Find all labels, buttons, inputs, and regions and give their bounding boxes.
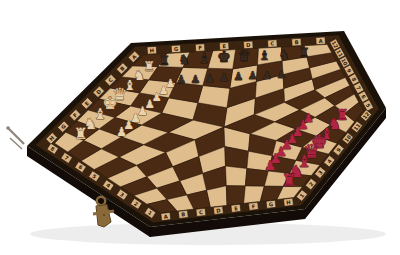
chess-piece-black-P: ♟	[205, 72, 215, 85]
chess-piece-black-N: ♞	[178, 52, 190, 67]
chess-piece-black-P: ♟	[191, 73, 201, 86]
chess-piece-black-Q: ♛	[237, 47, 251, 65]
chess-piece-black-K: ♚	[217, 48, 231, 66]
chess-piece-black-P: ♟	[176, 73, 186, 86]
svg-text:♟: ♟	[234, 70, 244, 83]
chess-piece-black-R: ♜	[299, 45, 310, 60]
svg-text:G: G	[174, 46, 179, 52]
chess-piece-white-R: ♜	[74, 125, 88, 143]
board-cell	[226, 166, 247, 186]
svg-text:♟: ♟	[176, 73, 186, 86]
svg-text:♟: ♟	[262, 69, 272, 82]
chess-piece-black-B: ♝	[198, 51, 210, 66]
svg-text:B: B	[181, 211, 186, 217]
svg-text:♛: ♛	[237, 47, 251, 65]
svg-text:♜: ♜	[158, 53, 170, 68]
chess-piece-black-P: ♟	[248, 69, 258, 82]
svg-text:♞: ♞	[279, 47, 290, 62]
border-label: A	[161, 212, 171, 220]
border-label: D	[213, 206, 223, 214]
svg-text:♟: ♟	[219, 71, 229, 84]
svg-text:♟: ♟	[248, 69, 258, 82]
border-label: H	[147, 46, 157, 54]
chess-piece-white-P: ♟	[116, 124, 127, 139]
chess-piece-black-P: ♟	[262, 69, 272, 82]
svg-text:H: H	[150, 47, 155, 53]
three-player-chess-photo: 56789101112ABCDEFGHABCDEFGH87654321ABCDE…	[0, 0, 400, 255]
border-label: E	[231, 204, 241, 212]
chess-piece-black-P: ♟	[234, 70, 244, 83]
border-label: G	[266, 200, 276, 208]
svg-text:♟: ♟	[276, 68, 286, 81]
board-cell	[226, 186, 245, 206]
svg-text:A: A	[163, 213, 168, 219]
border-label: F	[249, 202, 259, 210]
svg-text:♞: ♞	[178, 52, 190, 67]
svg-text:♟: ♟	[205, 72, 215, 85]
svg-text:♟: ♟	[116, 124, 127, 139]
border-label: A	[316, 37, 326, 45]
hinge-pin	[6, 126, 24, 149]
chess-piece-red-P: ♟	[264, 158, 276, 173]
border-label: C	[196, 208, 206, 216]
chess-piece-black-P: ♟	[219, 71, 229, 84]
chess-piece-black-R: ♜	[158, 53, 170, 68]
svg-text:C: C	[270, 40, 274, 46]
border-label: C	[268, 40, 278, 48]
svg-text:♜: ♜	[299, 45, 310, 60]
svg-text:♜: ♜	[74, 125, 88, 143]
chess-piece-red-R: ♜	[281, 170, 296, 190]
svg-text:A: A	[318, 38, 322, 44]
svg-text:♟: ♟	[264, 158, 276, 173]
svg-text:♝: ♝	[198, 51, 210, 66]
svg-text:H: H	[286, 199, 291, 205]
border-label: B	[178, 210, 188, 218]
chess-piece-black-B: ♝	[258, 48, 269, 63]
border-label: H	[284, 198, 294, 206]
svg-text:G: G	[269, 201, 274, 207]
svg-text:♟: ♟	[191, 73, 201, 86]
svg-text:♜: ♜	[281, 170, 296, 190]
svg-text:♝: ♝	[258, 48, 269, 63]
three-player-chess-board: 56789101112ABCDEFGHABCDEFGH87654321ABCDE…	[0, 0, 400, 255]
chess-piece-black-N: ♞	[279, 47, 290, 62]
chess-piece-black-P: ♟	[276, 68, 286, 81]
svg-text:♚: ♚	[217, 48, 231, 66]
